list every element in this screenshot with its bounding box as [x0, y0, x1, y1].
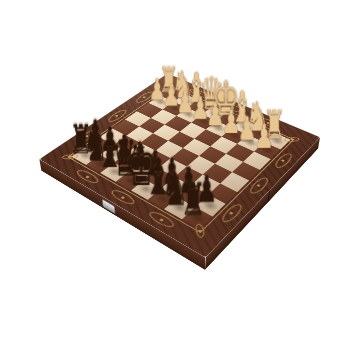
chess-set-photo: ♜♞♝♛♚♝♞♜♟♟♟♟♟♟♟♟♟♟♟♟♟♟♟♟♜♞♝♛♚♝♞♜	[0, 0, 350, 350]
fold-seam-edge	[268, 190, 271, 203]
white-pawn-icon: ♟	[224, 121, 304, 154]
scene: ♜♞♝♛♚♝♞♜♟♟♟♟♟♟♟♟♟♟♟♟♟♟♟♟♜♞♝♛♚♝♞♜	[0, 0, 350, 350]
black-rook-icon: ♜	[147, 177, 239, 222]
chessboard: ♜♞♝♛♚♝♞♜♟♟♟♟♟♟♟♟♟♟♟♟♟♟♟♟♜♞♝♛♚♝♞♜	[39, 74, 320, 258]
